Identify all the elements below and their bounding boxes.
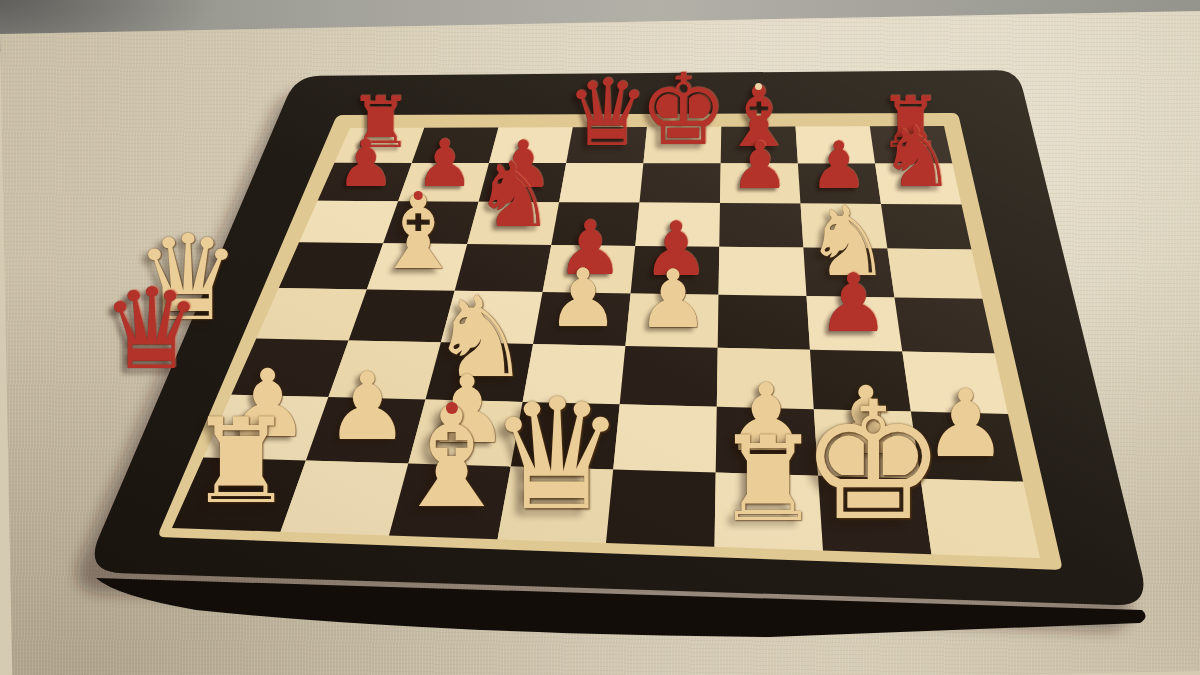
chess-board	[0, 0, 1200, 675]
